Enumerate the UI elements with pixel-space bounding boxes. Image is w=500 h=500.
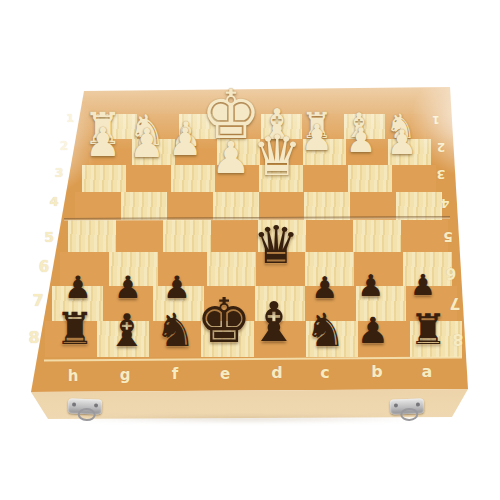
- square-b5: [353, 220, 401, 252]
- square-a5: [401, 220, 449, 252]
- floor-shadow: [60, 416, 430, 422]
- square-h5: [68, 220, 116, 252]
- piece-black-pawn-b8: ♟: [357, 313, 389, 349]
- square-a3: [392, 165, 436, 192]
- file-label-g: g: [120, 368, 131, 383]
- piece-white-pawn-g2: ♟: [129, 123, 165, 163]
- rank-label-right-2: 2: [437, 141, 445, 153]
- rank-label-right-4: 4: [440, 197, 449, 210]
- piece-white-pawn-a2: ♟: [387, 125, 417, 159]
- square-h4: [75, 192, 121, 220]
- square-g4: [121, 192, 167, 220]
- square-c5: [306, 220, 354, 252]
- rank-label-left-4: 4: [49, 195, 58, 208]
- rank-label-right-7: 7: [449, 295, 460, 311]
- square-e5: [211, 220, 259, 252]
- piece-white-queen-d2: ♛: [252, 128, 302, 184]
- piece-black-pawn-a7: ♟: [410, 271, 436, 300]
- piece-black-knight-f8: ♞: [154, 307, 195, 353]
- rank-label-left-2: 2: [60, 140, 68, 152]
- piece-white-pawn-f2: ♟: [168, 123, 202, 161]
- square-f3: [171, 165, 215, 192]
- product-photo-background: 1 2 3 4 5 6 7 8 1 2 3 4 5 6 7 8 h g f e …: [0, 0, 500, 500]
- rank-label-left-7: 7: [32, 293, 43, 309]
- piece-black-king-e8: ♚: [196, 290, 252, 352]
- square-h3: [82, 165, 126, 192]
- rank-label-right-3: 3: [436, 168, 445, 181]
- square-g5: [116, 220, 164, 252]
- right-clasp-latch: [390, 398, 425, 414]
- piece-white-pawn-h2: ♟: [85, 122, 121, 162]
- file-label-f: f: [172, 367, 179, 382]
- piece-black-bishop-g8: ♝: [107, 308, 147, 353]
- rank-label-left-3: 3: [54, 166, 63, 179]
- piece-white-pawn-e2: ♟: [211, 136, 250, 180]
- file-label-e: e: [220, 367, 230, 382]
- file-label-d: d: [271, 365, 282, 381]
- rank-label-left-1: 1: [66, 113, 74, 124]
- piece-white-pawn-b2: ♟: [346, 123, 376, 157]
- rank-label-left-5: 5: [44, 230, 54, 244]
- piece-black-bishop-d8: ♝: [249, 295, 298, 350]
- piece-black-knight-c8: ♞: [304, 307, 345, 353]
- rank-label-right-1: 1: [432, 114, 440, 125]
- square-f5: [163, 220, 211, 252]
- square-b3: [348, 165, 392, 192]
- piece-black-rook-h8: ♜: [55, 307, 94, 351]
- piece-black-rook-a8: ♜: [409, 309, 447, 351]
- piece-black-pawn-h7: ♟: [64, 272, 92, 303]
- square-g3: [126, 165, 170, 192]
- rank-label-left-8: 8: [28, 330, 39, 346]
- file-label-c: c: [320, 365, 329, 381]
- file-label-h: h: [68, 369, 79, 384]
- piece-black-pawn-b7: ♟: [358, 271, 385, 301]
- piece-black-pawn-c7: ♟: [312, 273, 339, 303]
- square-e4: [213, 192, 259, 220]
- rank-label-right-5: 5: [443, 230, 453, 244]
- rank-label-left-6: 6: [39, 260, 49, 275]
- file-label-a: a: [422, 364, 433, 380]
- left-clasp-latch: [68, 398, 103, 414]
- file-label-b: b: [371, 364, 382, 380]
- square-c3: [303, 165, 347, 192]
- rank-label-right-8: 8: [452, 331, 463, 347]
- piece-black-queen-d6: ♛: [253, 219, 300, 271]
- piece-white-pawn-c2: ♟: [301, 120, 333, 156]
- square-f4: [167, 192, 213, 220]
- piece-black-pawn-f7: ♟: [163, 272, 191, 303]
- piece-black-pawn-g7: ♟: [114, 272, 142, 303]
- rank-label-right-6: 6: [446, 265, 456, 280]
- square-e6: [207, 252, 256, 286]
